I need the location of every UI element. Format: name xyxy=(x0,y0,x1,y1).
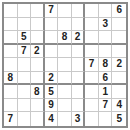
cell-r7c3[interactable]: 8 xyxy=(31,85,45,99)
cell-r8c2[interactable] xyxy=(18,99,32,113)
cell-r9c6[interactable]: 3 xyxy=(72,112,86,126)
cell-r5c5[interactable] xyxy=(58,58,72,72)
cell-r7c6[interactable] xyxy=(72,85,86,99)
cell-r9c7[interactable] xyxy=(85,112,99,126)
cell-r3c8[interactable] xyxy=(99,31,113,45)
cell-r5c7[interactable]: 7 xyxy=(85,58,99,72)
cell-r3c6[interactable]: 2 xyxy=(72,31,86,45)
cell-r2c7[interactable] xyxy=(85,18,99,32)
cell-r5c6[interactable] xyxy=(72,58,86,72)
cell-r7c9[interactable] xyxy=(112,85,126,99)
cell-r5c2[interactable] xyxy=(18,58,32,72)
cell-r6c8[interactable]: 6 xyxy=(99,72,113,86)
cell-r4c5[interactable] xyxy=(58,45,72,59)
cell-r2c6[interactable] xyxy=(72,18,86,32)
cell-r6c5[interactable] xyxy=(58,72,72,86)
cell-r4c6[interactable] xyxy=(72,45,86,59)
cell-r8c4[interactable]: 9 xyxy=(45,99,59,113)
cell-r8c7[interactable] xyxy=(85,99,99,113)
cell-r6c9[interactable] xyxy=(112,72,126,86)
cell-r4c9[interactable] xyxy=(112,45,126,59)
cell-r6c4[interactable]: 2 xyxy=(45,72,59,86)
cell-r5c8[interactable]: 8 xyxy=(99,58,113,72)
cell-r1c5[interactable] xyxy=(58,4,72,18)
cell-r8c9[interactable]: 4 xyxy=(112,99,126,113)
cell-r6c7[interactable] xyxy=(85,72,99,86)
cell-r5c4[interactable] xyxy=(45,58,59,72)
cell-r8c1[interactable] xyxy=(4,99,18,113)
cell-r9c4[interactable]: 4 xyxy=(45,112,59,126)
cell-r8c6[interactable] xyxy=(72,99,86,113)
cell-r1c4[interactable]: 7 xyxy=(45,4,59,18)
cell-r2c8[interactable]: 3 xyxy=(99,18,113,32)
cell-r3c7[interactable] xyxy=(85,31,99,45)
cell-r5c9[interactable]: 2 xyxy=(112,58,126,72)
cell-r2c2[interactable] xyxy=(18,18,32,32)
cell-r4c4[interactable] xyxy=(45,45,59,59)
cell-r1c7[interactable] xyxy=(85,4,99,18)
cell-r7c8[interactable]: 1 xyxy=(99,85,113,99)
cell-r1c1[interactable] xyxy=(4,4,18,18)
cell-r6c3[interactable] xyxy=(31,72,45,86)
cell-r7c2[interactable] xyxy=(18,85,32,99)
cell-r6c1[interactable]: 8 xyxy=(4,72,18,86)
cell-r2c3[interactable] xyxy=(31,18,45,32)
cell-r4c2[interactable]: 7 xyxy=(18,45,32,59)
cell-r9c2[interactable] xyxy=(18,112,32,126)
cell-r4c1[interactable] xyxy=(4,45,18,59)
cell-r9c5[interactable] xyxy=(58,112,72,126)
cell-r2c4[interactable] xyxy=(45,18,59,32)
cell-r9c8[interactable] xyxy=(99,112,113,126)
cell-r1c2[interactable] xyxy=(18,4,32,18)
cell-r1c3[interactable] xyxy=(31,4,45,18)
cell-r5c1[interactable] xyxy=(4,58,18,72)
cell-r4c8[interactable] xyxy=(99,45,113,59)
cell-r2c9[interactable] xyxy=(112,18,126,32)
cell-r7c5[interactable] xyxy=(58,85,72,99)
cell-r3c3[interactable] xyxy=(31,31,45,45)
cell-r8c3[interactable] xyxy=(31,99,45,113)
cell-r6c6[interactable] xyxy=(72,72,86,86)
cell-r2c1[interactable] xyxy=(4,18,18,32)
cell-r9c9[interactable]: 5 xyxy=(112,112,126,126)
cell-r7c4[interactable]: 5 xyxy=(45,85,59,99)
cell-r1c6[interactable] xyxy=(72,4,86,18)
cell-r3c5[interactable]: 8 xyxy=(58,31,72,45)
cell-r4c7[interactable] xyxy=(85,45,99,59)
cell-r7c1[interactable] xyxy=(4,85,18,99)
cell-r3c4[interactable] xyxy=(45,31,59,45)
cell-r4c3[interactable]: 2 xyxy=(31,45,45,59)
sudoku-board: 763582727828268519747435 xyxy=(2,2,128,128)
cell-r6c2[interactable] xyxy=(18,72,32,86)
cell-r8c8[interactable]: 7 xyxy=(99,99,113,113)
cell-r9c3[interactable] xyxy=(31,112,45,126)
cell-r3c1[interactable] xyxy=(4,31,18,45)
cell-r1c8[interactable] xyxy=(99,4,113,18)
cell-r7c7[interactable] xyxy=(85,85,99,99)
cell-r1c9[interactable]: 6 xyxy=(112,4,126,18)
cell-r2c5[interactable] xyxy=(58,18,72,32)
cell-r3c9[interactable] xyxy=(112,31,126,45)
cell-r9c1[interactable]: 7 xyxy=(4,112,18,126)
cell-r3c2[interactable]: 5 xyxy=(18,31,32,45)
cell-r5c3[interactable] xyxy=(31,58,45,72)
cell-r8c5[interactable] xyxy=(58,99,72,113)
